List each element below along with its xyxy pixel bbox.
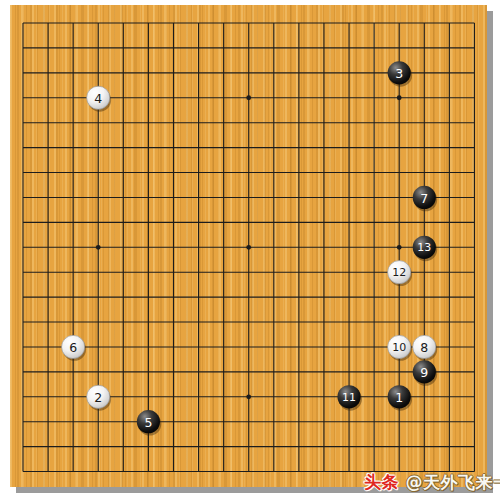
stone-5-black-F3: 5	[137, 410, 162, 436]
stone-9-black-R5: 9	[413, 360, 438, 386]
watermark-prefix: 头条	[364, 472, 399, 492]
go-board[interactable]: 12345678910111213	[10, 5, 487, 487]
watermark: 头条 @天外飞来一笔	[364, 471, 500, 494]
board-svg: 12345678910111213	[10, 5, 487, 487]
stone-3-black-Q17: 3	[388, 61, 413, 87]
stone-8-white-R6: 8	[413, 335, 438, 361]
stone-11-black-O4: 11	[337, 385, 362, 411]
stone-2-white-D4: 2	[87, 385, 112, 411]
stone-7-black-R12: 7	[413, 186, 438, 212]
stone-4-white-D16: 4	[87, 86, 112, 112]
stone-6-white-C6: 6	[62, 335, 87, 361]
watermark-handle: @天外飞来一笔	[405, 472, 500, 492]
screenshot-canvas: 12345678910111213 头条 @天外飞来一笔	[0, 0, 500, 500]
stone-10-white-Q6: 10	[388, 335, 413, 361]
stone-13-black-R10: 13	[413, 236, 438, 262]
stone-12-white-Q9: 12	[388, 261, 413, 287]
stone-1-black-Q4: 1	[388, 385, 413, 411]
